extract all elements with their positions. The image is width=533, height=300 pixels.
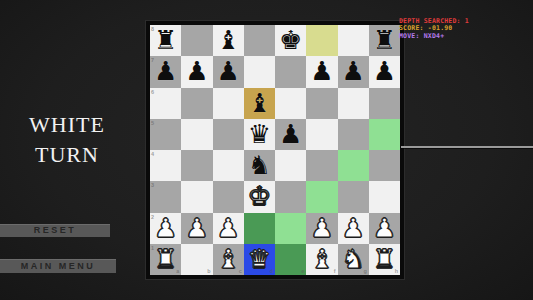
square-b4[interactable] — [181, 150, 212, 181]
rank-label-8: 8 — [151, 26, 154, 32]
rank-label-5: 5 — [151, 120, 154, 126]
black-pawn-a7: ♟ — [150, 56, 181, 87]
square-c2[interactable]: ♟ — [213, 213, 244, 244]
square-b7[interactable]: ♟ — [181, 56, 212, 87]
square-b1[interactable]: b — [181, 244, 212, 275]
square-b6[interactable] — [181, 88, 212, 119]
square-a5[interactable]: 5 — [150, 119, 181, 150]
white-queen-d1: ♛ — [244, 244, 275, 275]
square-g2[interactable]: ♟ — [338, 213, 369, 244]
turn-indicator: WHITE TURN — [0, 110, 134, 170]
black-knight-d4: ♞ — [244, 150, 275, 181]
rank-label-4: 4 — [151, 151, 154, 157]
white-pawn-h2: ♟ — [369, 213, 400, 244]
square-f8[interactable] — [306, 25, 337, 56]
square-d7[interactable] — [244, 56, 275, 87]
square-b8[interactable] — [181, 25, 212, 56]
rank-label-2: 2 — [151, 214, 154, 220]
square-g6[interactable] — [338, 88, 369, 119]
square-e6[interactable] — [275, 88, 306, 119]
white-rook-h1: ♜ — [369, 244, 400, 275]
white-knight-g1: ♞ — [338, 244, 369, 275]
rank-label-3: 3 — [151, 182, 154, 188]
black-pawn-e5: ♟ — [275, 119, 306, 150]
divider-line — [401, 146, 533, 148]
square-f5[interactable] — [306, 119, 337, 150]
square-e4[interactable] — [275, 150, 306, 181]
file-label-a: a — [176, 268, 179, 274]
square-b5[interactable] — [181, 119, 212, 150]
square-h8[interactable]: ♜ — [369, 25, 400, 56]
square-c7[interactable]: ♟ — [213, 56, 244, 87]
white-king-d3: ♚ — [244, 181, 275, 212]
square-d2[interactable] — [244, 213, 275, 244]
white-pawn-a2: ♟ — [150, 213, 181, 244]
square-g8[interactable] — [338, 25, 369, 56]
rank-label-1: 1 — [151, 245, 154, 251]
square-f2[interactable]: ♟ — [306, 213, 337, 244]
square-d4[interactable]: ♞ — [244, 150, 275, 181]
square-h3[interactable] — [369, 181, 400, 212]
square-e5[interactable]: ♟ — [275, 119, 306, 150]
white-rook-a1: ♜ — [150, 244, 181, 275]
white-pawn-f2: ♟ — [306, 213, 337, 244]
square-g7[interactable]: ♟ — [338, 56, 369, 87]
black-pawn-g7: ♟ — [338, 56, 369, 87]
turn-indicator-line1: WHITE — [0, 110, 134, 140]
file-label-e: e — [301, 268, 304, 274]
black-pawn-c7: ♟ — [213, 56, 244, 87]
white-bishop-c1: ♝ — [213, 244, 244, 275]
board-frame: 8♜♝♚♜7♟♟♟♟♟♟6♝5♛♟4♞3♚2♟♟♟♟♟♟1a♜bc♝d♛ef♝g… — [146, 21, 404, 279]
square-a3[interactable]: 3 — [150, 181, 181, 212]
black-bishop-c8: ♝ — [213, 25, 244, 56]
square-c8[interactable]: ♝ — [213, 25, 244, 56]
square-h7[interactable]: ♟ — [369, 56, 400, 87]
game-screen: WHITE TURN RESET MAIN MENU 8♜♝♚♜7♟♟♟♟♟♟6… — [0, 0, 533, 300]
square-f4[interactable] — [306, 150, 337, 181]
square-b3[interactable] — [181, 181, 212, 212]
square-h6[interactable] — [369, 88, 400, 119]
square-h1[interactable]: h♜ — [369, 244, 400, 275]
square-h2[interactable]: ♟ — [369, 213, 400, 244]
file-label-c: c — [239, 268, 242, 274]
square-e1[interactable]: e — [275, 244, 306, 275]
square-e3[interactable] — [275, 181, 306, 212]
white-pawn-c2: ♟ — [213, 213, 244, 244]
square-a2[interactable]: 2♟ — [150, 213, 181, 244]
file-label-g: g — [363, 268, 366, 274]
square-g1[interactable]: g♞ — [338, 244, 369, 275]
square-a1[interactable]: 1a♜ — [150, 244, 181, 275]
file-label-d: d — [270, 268, 273, 274]
square-f7[interactable]: ♟ — [306, 56, 337, 87]
file-label-h: h — [395, 268, 398, 274]
white-pawn-g2: ♟ — [338, 213, 369, 244]
chess-board[interactable]: 8♜♝♚♜7♟♟♟♟♟♟6♝5♛♟4♞3♚2♟♟♟♟♟♟1a♜bc♝d♛ef♝g… — [150, 25, 400, 275]
square-f1[interactable]: f♝ — [306, 244, 337, 275]
black-pawn-f7: ♟ — [306, 56, 337, 87]
square-h5[interactable] — [369, 119, 400, 150]
black-rook-h8: ♜ — [369, 25, 400, 56]
square-b2[interactable]: ♟ — [181, 213, 212, 244]
rank-label-7: 7 — [151, 57, 154, 63]
square-e7[interactable] — [275, 56, 306, 87]
square-d6[interactable]: ♝ — [244, 88, 275, 119]
black-pawn-h7: ♟ — [369, 56, 400, 87]
square-a8[interactable]: 8♜ — [150, 25, 181, 56]
square-d1[interactable]: d♛ — [244, 244, 275, 275]
square-a4[interactable]: 4 — [150, 150, 181, 181]
white-bishop-f1: ♝ — [306, 244, 337, 275]
black-queen-d5: ♛ — [244, 119, 275, 150]
white-pawn-b2: ♟ — [181, 213, 212, 244]
square-e8[interactable]: ♚ — [275, 25, 306, 56]
file-label-b: b — [207, 268, 210, 274]
square-f3[interactable] — [306, 181, 337, 212]
file-label-f: f — [334, 268, 336, 274]
square-f6[interactable] — [306, 88, 337, 119]
square-d3[interactable]: ♚ — [244, 181, 275, 212]
black-king-e8: ♚ — [275, 25, 306, 56]
engine-move: MOVE: NXD4+ — [399, 33, 469, 40]
square-d5[interactable]: ♛ — [244, 119, 275, 150]
square-g4[interactable] — [338, 150, 369, 181]
square-a6[interactable]: 6 — [150, 88, 181, 119]
square-c3[interactable] — [213, 181, 244, 212]
square-g3[interactable] — [338, 181, 369, 212]
black-pawn-b7: ♟ — [181, 56, 212, 87]
turn-indicator-line2: TURN — [0, 140, 134, 170]
square-c6[interactable] — [213, 88, 244, 119]
reset-button[interactable]: RESET — [0, 224, 110, 237]
rank-label-6: 6 — [151, 89, 154, 95]
square-h4[interactable] — [369, 150, 400, 181]
square-c4[interactable] — [213, 150, 244, 181]
main-menu-button[interactable]: MAIN MENU — [0, 259, 116, 273]
square-c1[interactable]: c♝ — [213, 244, 244, 275]
engine-readout: DEPTH SEARCHED: 1 SCORE: -01.90 MOVE: NX… — [399, 18, 469, 40]
square-d8[interactable] — [244, 25, 275, 56]
square-c5[interactable] — [213, 119, 244, 150]
square-e2[interactable] — [275, 213, 306, 244]
square-g5[interactable] — [338, 119, 369, 150]
square-a7[interactable]: 7♟ — [150, 56, 181, 87]
black-bishop-d6: ♝ — [244, 88, 275, 119]
black-rook-a8: ♜ — [150, 25, 181, 56]
